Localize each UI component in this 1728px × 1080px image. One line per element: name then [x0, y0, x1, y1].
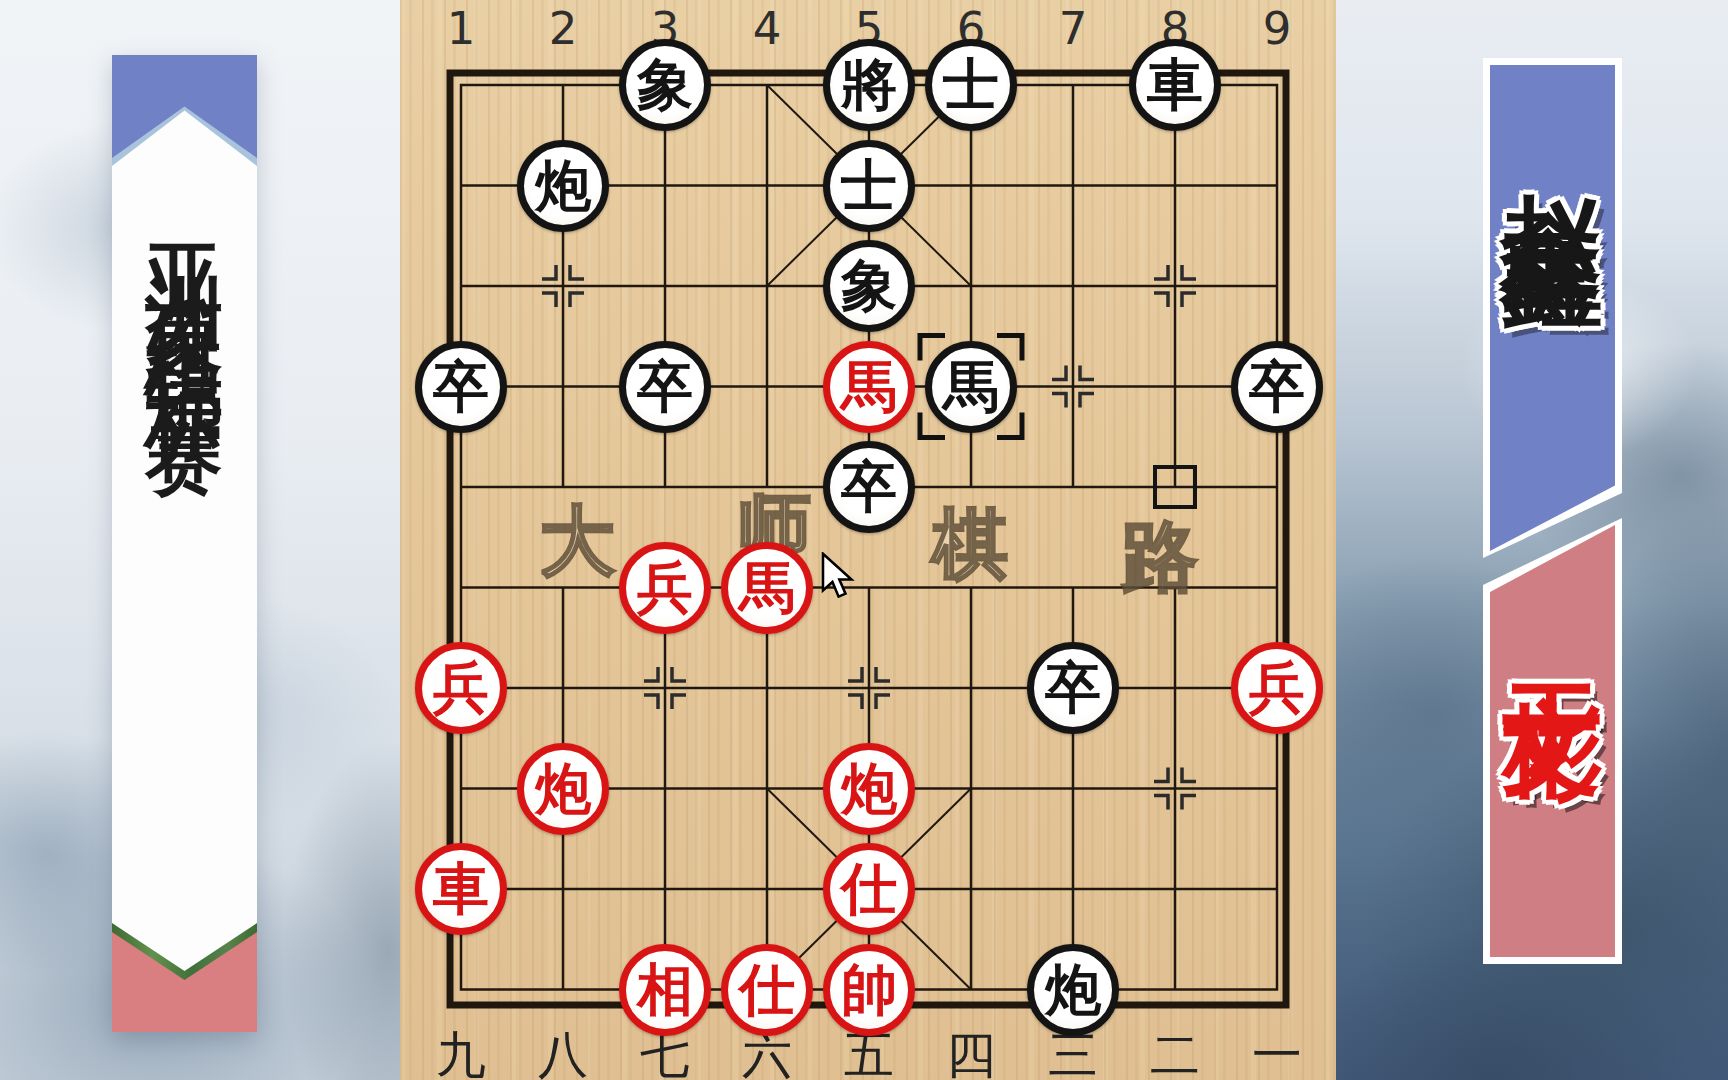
red-soldier[interactable]: 兵	[1231, 642, 1323, 734]
black-soldier[interactable]: 卒	[1231, 341, 1323, 433]
app-window: 123456789 九八七六五四三二一 大师棋路 象將士車炮士象卒卒馬馬卒卒兵馬…	[0, 0, 1728, 1080]
red-soldier[interactable]: 兵	[415, 642, 507, 734]
red-player-panel-fill	[1490, 525, 1615, 957]
black-general[interactable]: 將	[823, 39, 915, 131]
river-watermark-char: 大	[539, 491, 615, 594]
red-cannon[interactable]: 炮	[517, 743, 609, 835]
black-elephant[interactable]: 象	[619, 39, 711, 131]
top-column-label-1: 1	[447, 2, 476, 55]
black-soldier[interactable]: 卒	[1027, 642, 1119, 734]
mouse-cursor	[820, 552, 856, 602]
bottom-column-label-1: 九	[436, 1022, 486, 1080]
black-horse-selected[interactable]: 馬	[925, 341, 1017, 433]
black-player-name: 赵鑫鑫	[1483, 110, 1623, 158]
red-chariot[interactable]: 車	[415, 843, 507, 935]
river-watermark-char: 棋	[932, 494, 1008, 597]
river-watermark-char: 路	[1122, 507, 1198, 610]
ribbon-bottom	[112, 932, 257, 1032]
black-soldier[interactable]: 卒	[415, 341, 507, 433]
black-cannon[interactable]: 炮	[1027, 944, 1119, 1036]
top-column-label-7: 7	[1059, 2, 1088, 55]
bottom-column-label-8: 二	[1150, 1022, 1200, 1080]
red-advisor[interactable]: 仕	[721, 944, 813, 1036]
event-title: 亚洲象棋锦标赛	[132, 183, 237, 379]
top-column-label-4: 4	[753, 2, 782, 55]
red-player-panel: 于文彬	[1483, 518, 1622, 964]
bottom-column-label-9: 一	[1252, 1022, 1302, 1080]
red-elephant[interactable]: 相	[619, 944, 711, 1036]
black-player-panel: 赵鑫鑫	[1483, 58, 1622, 558]
bottom-column-label-6: 四	[946, 1022, 996, 1080]
top-column-label-2: 2	[549, 2, 578, 55]
event-banner: 亚洲象棋锦标赛	[112, 55, 257, 1032]
red-horse[interactable]: 馬	[823, 341, 915, 433]
black-soldier[interactable]: 卒	[823, 441, 915, 533]
xiangqi-board[interactable]: 123456789 九八七六五四三二一 大师棋路 象將士車炮士象卒卒馬馬卒卒兵馬…	[400, 0, 1336, 1080]
red-player-name: 于文彬	[1485, 606, 1620, 627]
black-advisor[interactable]: 士	[823, 140, 915, 232]
black-elephant[interactable]: 象	[823, 240, 915, 332]
black-chariot[interactable]: 車	[1129, 39, 1221, 131]
black-advisor[interactable]: 士	[925, 39, 1017, 131]
top-column-label-9: 9	[1263, 2, 1292, 55]
red-soldier[interactable]: 兵	[619, 542, 711, 634]
red-advisor[interactable]: 仕	[823, 843, 915, 935]
player-banners: 赵鑫鑫 于文彬	[1483, 58, 1622, 964]
black-cannon[interactable]: 炮	[517, 140, 609, 232]
red-general[interactable]: 帥	[823, 944, 915, 1036]
red-cannon[interactable]: 炮	[823, 743, 915, 835]
bottom-column-label-2: 八	[538, 1022, 588, 1080]
black-soldier[interactable]: 卒	[619, 341, 711, 433]
red-horse[interactable]: 馬	[721, 542, 813, 634]
